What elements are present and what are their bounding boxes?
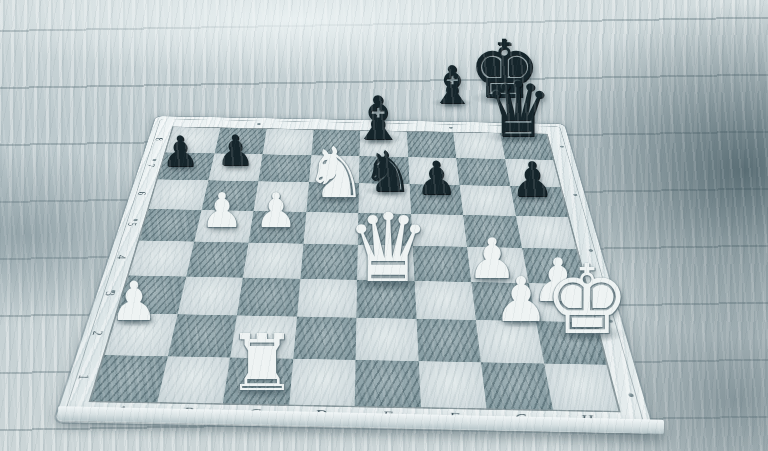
piece-white-king-h2[interactable]: ♚ [544, 252, 630, 348]
piece-white-pawn-c4[interactable]: ♟ [254, 186, 297, 234]
piece-black-pawn-b6[interactable]: ♟ [216, 130, 254, 172]
piece-white-pawn-g2[interactable]: ♟ [493, 269, 549, 331]
piece-white-pawn-b4[interactable]: ♟ [200, 186, 243, 234]
piece-black-pawn-a6[interactable]: ♟ [161, 131, 199, 173]
piece-white-queen-e3[interactable]: ♛ [345, 201, 430, 296]
pieces-layer: ♜♟♟♚♛♟♟♟♟♞♞♟♟♟♟♝♛♝♚ [0, 0, 768, 451]
piece-black-bishop-f8[interactable]: ♝ [429, 59, 476, 111]
piece-white-rook-c1[interactable]: ♜ [227, 324, 297, 402]
photo-scene: ABCDEFGH 12345678 ♜♟♟♚♛♟♟♟♟♞♞♟♟♟♟♝♛♝♚ [0, 0, 768, 451]
piece-black-pawn-h5[interactable]: ♟ [510, 155, 553, 203]
piece-white-pawn-a2[interactable]: ♟ [110, 275, 158, 329]
piece-black-knight-e5[interactable]: ♞ [362, 144, 412, 200]
piece-black-queen-h7[interactable]: ♛ [484, 72, 552, 148]
